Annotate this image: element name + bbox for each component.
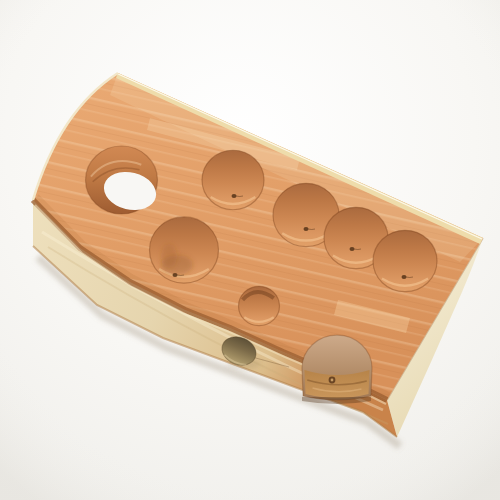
photo-canvas xyxy=(0,0,500,500)
photo-vignette xyxy=(0,0,500,500)
wooden-block-photo xyxy=(0,0,500,500)
